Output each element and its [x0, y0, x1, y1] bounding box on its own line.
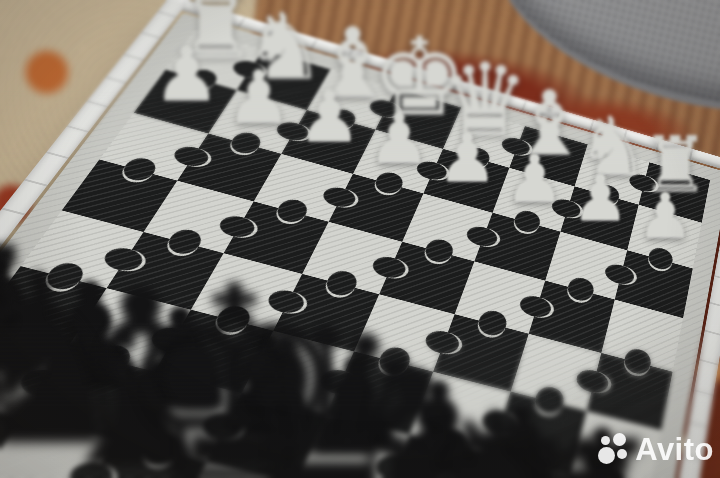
watermark-text: Avito [635, 432, 714, 468]
chess-board [0, 30, 710, 478]
watermark: Avito [598, 432, 714, 468]
avito-logo-icon [598, 435, 628, 465]
photo-scene: ♜♞♝♛♚♝♞♜♟♟♟♟♟♟♟♟♟♟♟♟♟♟♟♟♜♞♝♛♚♝♞♜ Avito [0, 0, 720, 478]
